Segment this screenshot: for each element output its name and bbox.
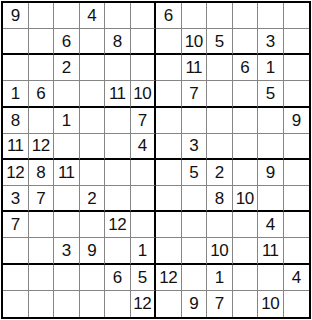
cell-r7c10[interactable] <box>233 160 259 186</box>
cell-r7c8[interactable]: 5 <box>182 160 208 186</box>
cell-r8c10[interactable]: 10 <box>233 186 259 212</box>
cell-r11c12[interactable]: 4 <box>284 265 310 291</box>
cell-r11c1[interactable] <box>3 265 29 291</box>
cell-r1c2[interactable] <box>29 3 55 29</box>
cell-r3c5[interactable] <box>105 55 131 81</box>
cell-r7c9[interactable]: 2 <box>207 160 233 186</box>
cell-r1c9[interactable] <box>207 3 233 29</box>
cell-r8c2[interactable]: 7 <box>29 186 55 212</box>
cell-r12c1[interactable] <box>3 291 29 317</box>
cell-r9c2[interactable] <box>29 212 55 238</box>
cell-r10c3[interactable]: 3 <box>54 238 80 264</box>
cell-r12c9[interactable]: 7 <box>207 291 233 317</box>
cell-r9c5[interactable]: 12 <box>105 212 131 238</box>
cell-r5c10[interactable] <box>233 108 259 134</box>
cell-r2c12[interactable] <box>284 29 310 55</box>
cell-r9c10[interactable] <box>233 212 259 238</box>
cell-r9c4[interactable] <box>80 212 106 238</box>
cell-r3c11[interactable]: 1 <box>258 55 284 81</box>
cell-r5c11[interactable] <box>258 108 284 134</box>
cell-r7c3[interactable]: 11 <box>54 160 80 186</box>
cell-r3c10[interactable]: 6 <box>233 55 259 81</box>
cell-r12c4[interactable] <box>80 291 106 317</box>
cell-r6c7[interactable] <box>156 134 182 160</box>
cell-r6c8[interactable]: 3 <box>182 134 208 160</box>
cell-r3c6[interactable] <box>131 55 157 81</box>
cell-r7c5[interactable] <box>105 160 131 186</box>
cell-r8c9[interactable]: 8 <box>207 186 233 212</box>
cell-r11c8[interactable] <box>182 265 208 291</box>
cell-r10c2[interactable] <box>29 238 55 264</box>
cell-r5c5[interactable] <box>105 108 131 134</box>
cell-r4c8[interactable]: 7 <box>182 81 208 107</box>
cell-r5c1[interactable]: 8 <box>3 108 29 134</box>
cell-r2c5[interactable]: 8 <box>105 29 131 55</box>
cell-r12c8[interactable]: 9 <box>182 291 208 317</box>
cell-r9c3[interactable] <box>54 212 80 238</box>
cell-r4c3[interactable] <box>54 81 80 107</box>
cell-r3c9[interactable] <box>207 55 233 81</box>
cell-r5c4[interactable] <box>80 108 106 134</box>
cell-r6c1[interactable]: 11 <box>3 134 29 160</box>
cell-r6c11[interactable] <box>258 134 284 160</box>
cell-r5c8[interactable] <box>182 108 208 134</box>
cell-r10c10[interactable] <box>233 238 259 264</box>
cell-r12c11[interactable]: 10 <box>258 291 284 317</box>
cell-r6c12[interactable] <box>284 134 310 160</box>
cell-r10c1[interactable] <box>3 238 29 264</box>
cell-r5c3[interactable]: 1 <box>54 108 80 134</box>
cell-r4c4[interactable] <box>80 81 106 107</box>
cell-r3c8[interactable]: 11 <box>182 55 208 81</box>
cell-r2c3[interactable]: 6 <box>54 29 80 55</box>
cell-r4c9[interactable] <box>207 81 233 107</box>
cell-r11c9[interactable]: 1 <box>207 265 233 291</box>
cell-r1c8[interactable] <box>182 3 208 29</box>
cell-r12c10[interactable] <box>233 291 259 317</box>
cell-r7c6[interactable] <box>131 160 157 186</box>
cell-r5c12[interactable]: 9 <box>284 108 310 134</box>
cell-r1c6[interactable] <box>131 3 157 29</box>
cell-r12c12[interactable] <box>284 291 310 317</box>
cell-r4c10[interactable] <box>233 81 259 107</box>
cell-r11c10[interactable] <box>233 265 259 291</box>
cell-r10c6[interactable]: 1 <box>131 238 157 264</box>
cell-r3c1[interactable] <box>3 55 29 81</box>
cell-r1c5[interactable] <box>105 3 131 29</box>
cell-r3c7[interactable] <box>156 55 182 81</box>
cell-r10c7[interactable] <box>156 238 182 264</box>
cell-r3c12[interactable] <box>284 55 310 81</box>
cell-r9c6[interactable] <box>131 212 157 238</box>
cell-r4c2[interactable]: 6 <box>29 81 55 107</box>
cell-r7c4[interactable] <box>80 160 106 186</box>
cell-r2c6[interactable] <box>131 29 157 55</box>
cell-r9c11[interactable]: 4 <box>258 212 284 238</box>
cell-r6c5[interactable] <box>105 134 131 160</box>
cell-r6c2[interactable]: 12 <box>29 134 55 160</box>
cell-r2c4[interactable] <box>80 29 106 55</box>
cell-r7c2[interactable]: 8 <box>29 160 55 186</box>
cell-r12c3[interactable] <box>54 291 80 317</box>
cell-r10c8[interactable] <box>182 238 208 264</box>
cell-r8c7[interactable] <box>156 186 182 212</box>
cell-r1c11[interactable] <box>258 3 284 29</box>
cell-r6c9[interactable] <box>207 134 233 160</box>
cell-r7c1[interactable]: 12 <box>3 160 29 186</box>
cell-r8c1[interactable]: 3 <box>3 186 29 212</box>
cell-r4c1[interactable]: 1 <box>3 81 29 107</box>
cell-r10c5[interactable] <box>105 238 131 264</box>
cell-r8c11[interactable] <box>258 186 284 212</box>
cell-r9c7[interactable] <box>156 212 182 238</box>
cell-r5c6[interactable]: 7 <box>131 108 157 134</box>
cell-r12c7[interactable] <box>156 291 182 317</box>
cell-r6c3[interactable] <box>54 134 80 160</box>
cell-r11c3[interactable] <box>54 265 80 291</box>
cell-r4c7[interactable] <box>156 81 182 107</box>
cell-r10c9[interactable]: 10 <box>207 238 233 264</box>
cell-r1c7[interactable]: 6 <box>156 3 182 29</box>
cell-r4c12[interactable] <box>284 81 310 107</box>
cell-r8c4[interactable]: 2 <box>80 186 106 212</box>
cell-r9c8[interactable] <box>182 212 208 238</box>
cell-r2c11[interactable]: 3 <box>258 29 284 55</box>
cell-r1c12[interactable] <box>284 3 310 29</box>
cell-r6c4[interactable] <box>80 134 106 160</box>
cell-r2c2[interactable] <box>29 29 55 55</box>
cell-r12c2[interactable] <box>29 291 55 317</box>
cell-r5c7[interactable] <box>156 108 182 134</box>
cell-r1c1[interactable]: 9 <box>3 3 29 29</box>
cell-r9c9[interactable] <box>207 212 233 238</box>
cell-r11c6[interactable]: 5 <box>131 265 157 291</box>
cell-r11c2[interactable] <box>29 265 55 291</box>
cell-r1c4[interactable]: 4 <box>80 3 106 29</box>
cell-r3c3[interactable]: 2 <box>54 55 80 81</box>
cell-r8c8[interactable] <box>182 186 208 212</box>
sudoku-board: 9466810532116116111075817911124312811529… <box>3 3 309 317</box>
cell-r1c3[interactable] <box>54 3 80 29</box>
cell-r11c4[interactable] <box>80 265 106 291</box>
cell-r11c5[interactable]: 6 <box>105 265 131 291</box>
cell-r2c8[interactable]: 10 <box>182 29 208 55</box>
cell-r2c1[interactable] <box>3 29 29 55</box>
cell-r5c9[interactable] <box>207 108 233 134</box>
cell-r12c5[interactable] <box>105 291 131 317</box>
cell-r11c7[interactable]: 12 <box>156 265 182 291</box>
cell-r5c2[interactable] <box>29 108 55 134</box>
cell-r9c12[interactable] <box>284 212 310 238</box>
cell-r6c10[interactable] <box>233 134 259 160</box>
cell-r4c6[interactable]: 10 <box>131 81 157 107</box>
cell-r8c6[interactable] <box>131 186 157 212</box>
cell-r6c6[interactable]: 4 <box>131 134 157 160</box>
cell-r4c11[interactable]: 5 <box>258 81 284 107</box>
cell-r1c10[interactable] <box>233 3 259 29</box>
cell-r9c1[interactable]: 7 <box>3 212 29 238</box>
cell-r3c2[interactable] <box>29 55 55 81</box>
cell-r7c7[interactable] <box>156 160 182 186</box>
cell-r7c12[interactable] <box>284 160 310 186</box>
cell-r2c7[interactable] <box>156 29 182 55</box>
cell-r8c12[interactable] <box>284 186 310 212</box>
cell-r3c4[interactable] <box>80 55 106 81</box>
cell-r12c6[interactable]: 12 <box>131 291 157 317</box>
cell-r11c11[interactable] <box>258 265 284 291</box>
sudoku-board-frame: 9466810532116116111075817911124312811529… <box>1 1 311 319</box>
cell-r8c5[interactable] <box>105 186 131 212</box>
cell-r10c4[interactable]: 9 <box>80 238 106 264</box>
cell-r10c11[interactable]: 11 <box>258 238 284 264</box>
cell-r10c12[interactable] <box>284 238 310 264</box>
cell-r8c3[interactable] <box>54 186 80 212</box>
cell-r7c11[interactable]: 9 <box>258 160 284 186</box>
cell-r2c9[interactable]: 5 <box>207 29 233 55</box>
cell-r4c5[interactable]: 11 <box>105 81 131 107</box>
cell-r2c10[interactable] <box>233 29 259 55</box>
